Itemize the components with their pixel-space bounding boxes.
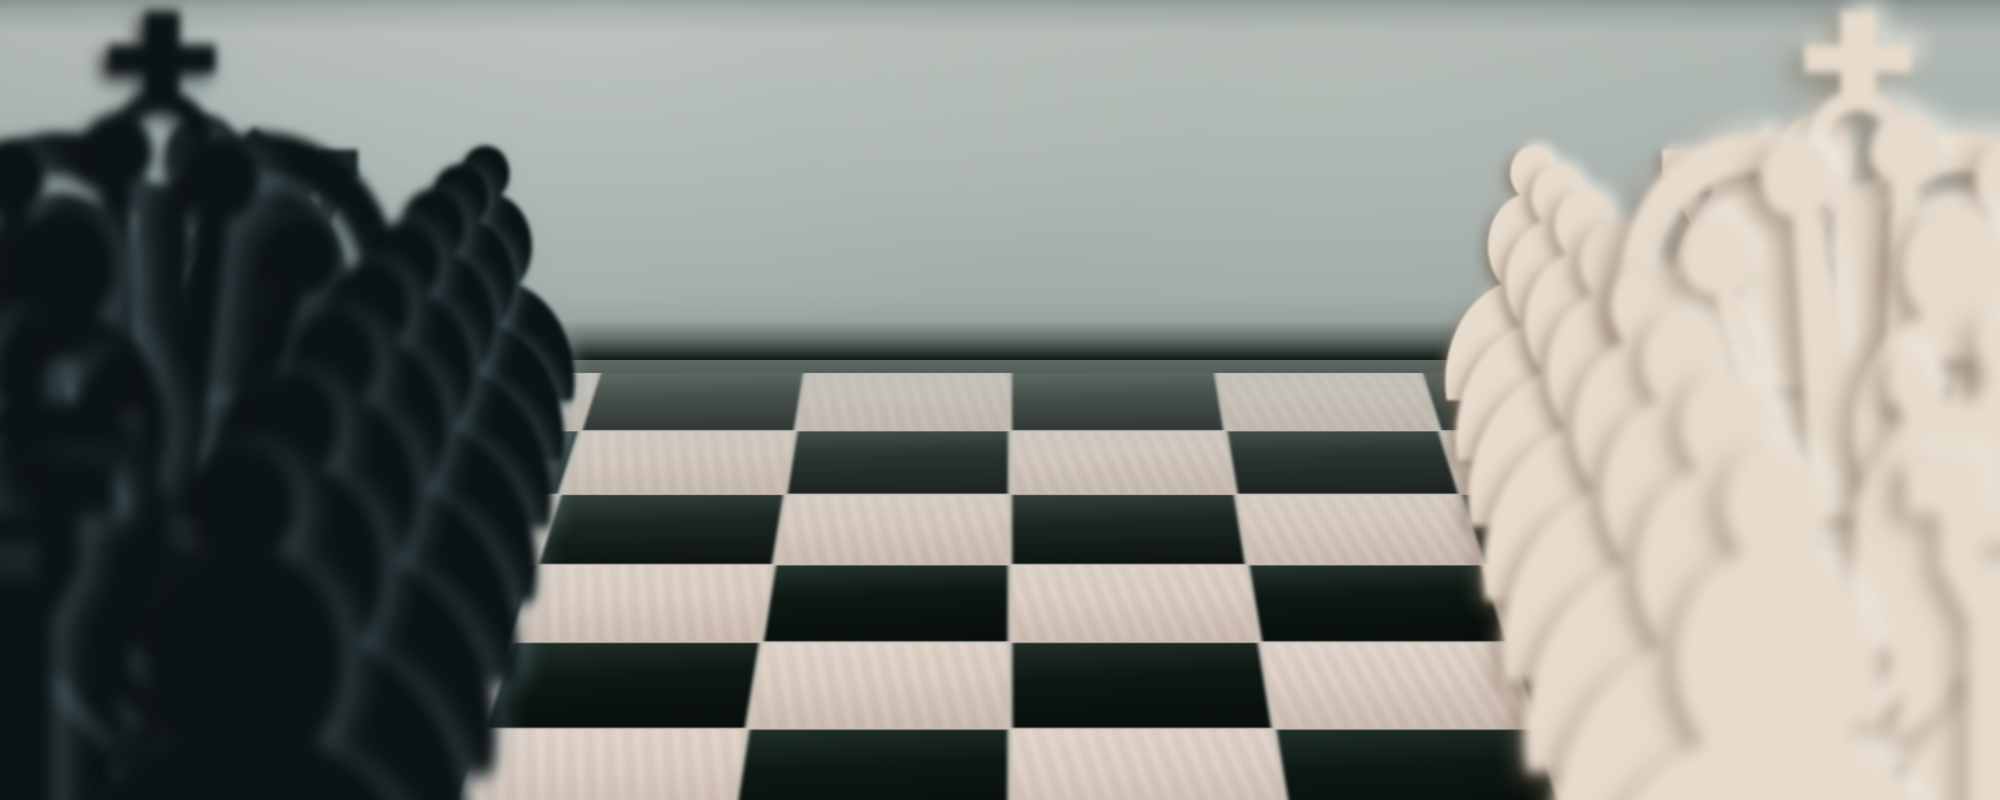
chess-photo-scene: ♜♟♟♜♞♟♟♞♝♟♟♝♛♟♟♛♚♟♟♚♝♟♟♝♞♟♟♞♜♟♟♜	[0, 0, 2000, 800]
pieces-layer: ♜♟♟♜♞♟♟♞♝♟♟♝♛♟♟♛♚♟♟♚♝♟♟♝♞♟♟♞♜♟♟♜	[0, 0, 2000, 800]
black-pawn-a7: ♟	[0, 360, 530, 800]
white-rook-a1: ♜	[1801, 372, 2000, 800]
